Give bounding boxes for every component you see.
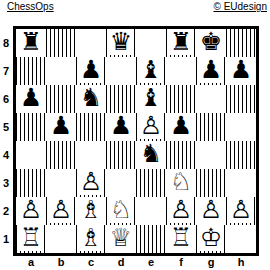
file-label-h: h bbox=[226, 256, 256, 269]
square-d6 bbox=[106, 85, 136, 113]
black-queen-d8: ♛ bbox=[108, 29, 134, 55]
square-f6 bbox=[166, 85, 196, 113]
square-c1: ♗ bbox=[76, 225, 106, 253]
black-knight-c6: ♞ bbox=[78, 85, 104, 111]
black-pawn-h7: ♟ bbox=[228, 57, 254, 83]
white-knight-d2: ♘ bbox=[108, 197, 134, 223]
square-a2: ♙ bbox=[16, 197, 46, 225]
square-e1 bbox=[136, 225, 166, 253]
square-a7 bbox=[16, 57, 46, 85]
square-g4 bbox=[196, 141, 226, 169]
square-c2: ♗ bbox=[76, 197, 106, 225]
square-c8 bbox=[76, 29, 106, 57]
square-f3: ♘ bbox=[166, 169, 196, 197]
square-c3: ♙ bbox=[76, 169, 106, 197]
white-rook-a1: ♖ bbox=[18, 225, 44, 251]
white-pawn-g2: ♙ bbox=[198, 197, 224, 223]
file-label-d: d bbox=[106, 256, 136, 269]
square-h4 bbox=[226, 141, 256, 169]
square-h2: ♙ bbox=[226, 197, 256, 225]
square-c6: ♞ bbox=[76, 85, 106, 113]
square-d5: ♟ bbox=[106, 113, 136, 141]
black-pawn-a6: ♟ bbox=[18, 85, 44, 111]
rank-label-8: 8 bbox=[0, 29, 12, 57]
square-e4: ♞ bbox=[136, 141, 166, 169]
square-c5 bbox=[76, 113, 106, 141]
white-bishop-c2: ♗ bbox=[78, 197, 104, 223]
chess-diagram: ChessOps © EUdesign ♜♛♜♚♟♝♟♟♟♞♝♟♟♙♟♞♙♘♙♙… bbox=[0, 0, 270, 270]
square-f4 bbox=[166, 141, 196, 169]
rank-label-7: 7 bbox=[0, 57, 12, 85]
square-d7 bbox=[106, 57, 136, 85]
file-label-b: b bbox=[46, 256, 76, 269]
black-pawn-f5: ♟ bbox=[168, 113, 194, 139]
white-pawn-c3: ♙ bbox=[78, 169, 104, 195]
square-c7: ♟ bbox=[76, 57, 106, 85]
square-e5: ♙ bbox=[136, 113, 166, 141]
square-f1: ♖ bbox=[166, 225, 196, 253]
square-h1 bbox=[226, 225, 256, 253]
square-a4 bbox=[16, 141, 46, 169]
square-d1: ♕ bbox=[106, 225, 136, 253]
square-f7 bbox=[166, 57, 196, 85]
square-a8: ♜ bbox=[16, 29, 46, 57]
white-pawn-e5: ♙ bbox=[138, 113, 164, 139]
rank-label-3: 3 bbox=[0, 169, 12, 197]
white-pawn-a2: ♙ bbox=[18, 197, 44, 223]
file-label-g: g bbox=[196, 256, 226, 269]
square-h5 bbox=[226, 113, 256, 141]
white-pawn-h2: ♙ bbox=[228, 197, 254, 223]
square-a6: ♟ bbox=[16, 85, 46, 113]
black-pawn-c7: ♟ bbox=[78, 57, 104, 83]
file-label-f: f bbox=[166, 256, 196, 269]
square-a3 bbox=[16, 169, 46, 197]
square-g5 bbox=[196, 113, 226, 141]
square-d4 bbox=[106, 141, 136, 169]
eudesign-credit-link[interactable]: © EUdesign bbox=[213, 1, 267, 13]
square-a1: ♖ bbox=[16, 225, 46, 253]
square-g3 bbox=[196, 169, 226, 197]
square-h3 bbox=[226, 169, 256, 197]
square-b8 bbox=[46, 29, 76, 57]
white-pawn-b2: ♙ bbox=[48, 197, 74, 223]
file-label-c: c bbox=[76, 256, 106, 269]
square-g6 bbox=[196, 85, 226, 113]
white-queen-d1: ♕ bbox=[108, 225, 134, 251]
square-f2: ♙ bbox=[166, 197, 196, 225]
square-d8: ♛ bbox=[106, 29, 136, 57]
black-knight-e4: ♞ bbox=[138, 141, 164, 167]
white-knight-f3: ♘ bbox=[168, 169, 194, 195]
square-d3 bbox=[106, 169, 136, 197]
square-e8 bbox=[136, 29, 166, 57]
square-f5: ♟ bbox=[166, 113, 196, 141]
chess-board: ♜♛♜♚♟♝♟♟♟♞♝♟♟♙♟♞♙♘♙♙♗♘♙♙♙♖♗♕♖♔ bbox=[13, 26, 259, 256]
square-d2: ♘ bbox=[106, 197, 136, 225]
file-label-a: a bbox=[16, 256, 46, 269]
square-g7: ♟ bbox=[196, 57, 226, 85]
square-g1: ♔ bbox=[196, 225, 226, 253]
square-e3 bbox=[136, 169, 166, 197]
black-bishop-e7: ♝ bbox=[138, 57, 164, 83]
rank-label-5: 5 bbox=[0, 113, 12, 141]
square-h8 bbox=[226, 29, 256, 57]
square-g8: ♚ bbox=[196, 29, 226, 57]
white-rook-f1: ♖ bbox=[168, 225, 194, 251]
black-pawn-d5: ♟ bbox=[108, 113, 134, 139]
square-b6 bbox=[46, 85, 76, 113]
square-h7: ♟ bbox=[226, 57, 256, 85]
square-a5 bbox=[16, 113, 46, 141]
black-bishop-e6: ♝ bbox=[138, 85, 164, 111]
white-bishop-c1: ♗ bbox=[78, 225, 104, 251]
file-label-e: e bbox=[136, 256, 166, 269]
square-b4 bbox=[46, 141, 76, 169]
white-pawn-f2: ♙ bbox=[168, 197, 194, 223]
chessops-link[interactable]: ChessOps bbox=[7, 1, 54, 13]
black-pawn-g7: ♟ bbox=[198, 57, 224, 83]
square-b2: ♙ bbox=[46, 197, 76, 225]
square-e2 bbox=[136, 197, 166, 225]
rank-label-2: 2 bbox=[0, 197, 12, 225]
rank-label-4: 4 bbox=[0, 141, 12, 169]
rank-label-1: 1 bbox=[0, 225, 12, 253]
square-f8: ♜ bbox=[166, 29, 196, 57]
white-king-g1: ♔ bbox=[198, 225, 224, 251]
square-b5: ♟ bbox=[46, 113, 76, 141]
square-g2: ♙ bbox=[196, 197, 226, 225]
black-rook-f8: ♜ bbox=[168, 29, 194, 55]
square-h6 bbox=[226, 85, 256, 113]
square-b3 bbox=[46, 169, 76, 197]
square-e7: ♝ bbox=[136, 57, 166, 85]
square-b7 bbox=[46, 57, 76, 85]
black-king-g8: ♚ bbox=[198, 29, 224, 55]
square-b1 bbox=[46, 225, 76, 253]
black-pawn-b5: ♟ bbox=[48, 113, 74, 139]
black-rook-a8: ♜ bbox=[18, 29, 44, 55]
rank-label-6: 6 bbox=[0, 85, 12, 113]
square-c4 bbox=[76, 141, 106, 169]
square-e6: ♝ bbox=[136, 85, 166, 113]
